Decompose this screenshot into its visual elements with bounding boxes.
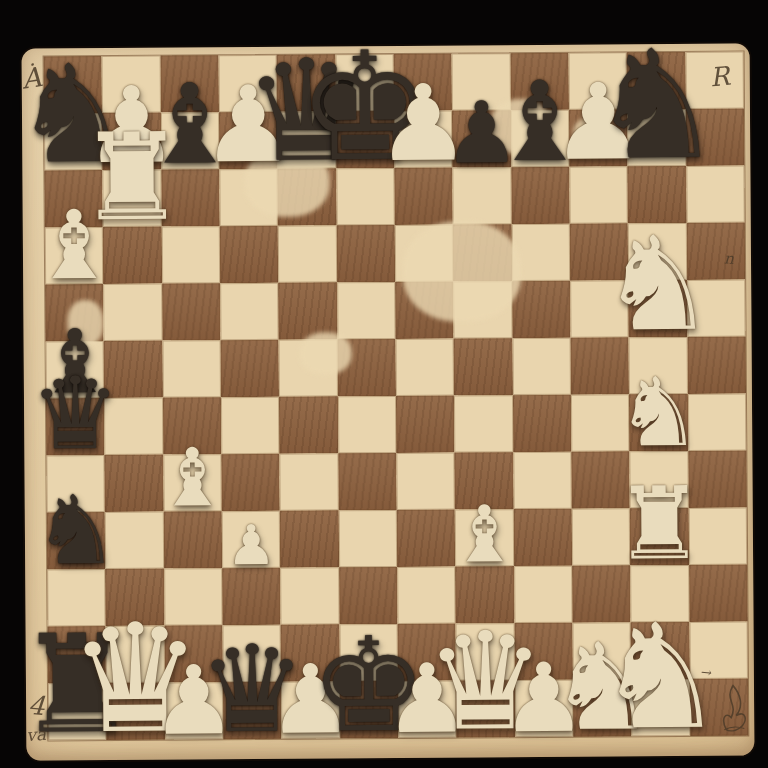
piece-white-bishop[interactable]: ♝	[31, 198, 117, 294]
square-r4c2[interactable]	[162, 283, 221, 340]
square-r8c6[interactable]	[397, 510, 456, 567]
square-r8c5[interactable]	[338, 510, 397, 567]
piece-white-rook[interactable]: ♜	[614, 474, 704, 575]
square-r4c3[interactable]	[220, 283, 279, 340]
square-r3c3[interactable]	[220, 226, 279, 283]
square-r6c5[interactable]	[338, 396, 397, 453]
square-r6c6[interactable]	[396, 396, 455, 453]
ink-n-right-middle: n	[724, 251, 734, 266]
ink-arrow-bottom-right: →	[699, 665, 711, 679]
square-r3c4[interactable]	[278, 225, 337, 282]
square-r7c4[interactable]	[280, 453, 339, 510]
square-r8c8[interactable]	[513, 509, 572, 566]
square-r5c6[interactable]	[396, 339, 455, 396]
piece-black-queen[interactable]: ♛	[30, 364, 120, 465]
square-r6c4[interactable]	[279, 396, 338, 453]
square-r7c5[interactable]	[338, 453, 397, 510]
piece-black-knight[interactable]: ♞	[589, 30, 725, 181]
piece-white-pawn[interactable]: ♟	[226, 518, 276, 573]
square-r8c4[interactable]	[280, 510, 339, 567]
chess-board: ♞♟♝♟♛♚♟♟♝♟♞♜♝♞♝♛♞♝♞♟♝♜♜♛♟♛♟♚♟♛♟♞♞ ·ARn4v…	[22, 43, 755, 760]
piece-white-bishop[interactable]: ♝	[156, 438, 228, 518]
ink-va-bottom-left: va	[26, 726, 47, 744]
piece-black-knight[interactable]: ♞	[33, 483, 119, 579]
square-r6c7[interactable]	[454, 395, 513, 452]
piece-layer: ♞♟♝♟♛♚♟♟♝♟♞♜♝♞♝♛♞♝♞♟♝♜♜♛♟♛♟♚♟♛♟♞♞	[22, 43, 750, 48]
square-r5c2[interactable]	[162, 340, 221, 397]
square-r7c8[interactable]	[513, 452, 572, 509]
square-r4c5[interactable]	[337, 282, 396, 339]
ink-4-bottom-left: 4	[27, 692, 46, 719]
square-r4c8[interactable]	[512, 281, 571, 338]
piece-white-knight[interactable]: ♞	[599, 219, 716, 350]
square-r4c4[interactable]	[278, 282, 337, 339]
square-r6c3[interactable]	[221, 397, 280, 454]
ink-a-top-left: A	[20, 63, 43, 93]
square-r6c8[interactable]	[513, 395, 572, 452]
chess-scene: ♞♟♝♟♛♚♟♟♝♟♞♜♝♞♝♛♞♝♞♟♝♜♜♛♟♛♟♚♟♛♟♞♞ ·ARn4v…	[0, 0, 768, 768]
ink-r-top-right: R	[709, 63, 731, 91]
piece-white-knight[interactable]: ♞	[616, 365, 702, 461]
square-r5c8[interactable]	[512, 338, 571, 395]
square-r7c3[interactable]	[221, 454, 280, 511]
square-r5c7[interactable]	[454, 338, 513, 395]
square-r3c5[interactable]	[336, 225, 395, 282]
piece-white-bishop[interactable]: ♝	[449, 495, 519, 573]
square-r5c3[interactable]	[221, 340, 280, 397]
square-r7c6[interactable]	[396, 453, 455, 510]
paint-smudge-3	[300, 332, 352, 374]
paint-smudge-1	[403, 221, 522, 322]
